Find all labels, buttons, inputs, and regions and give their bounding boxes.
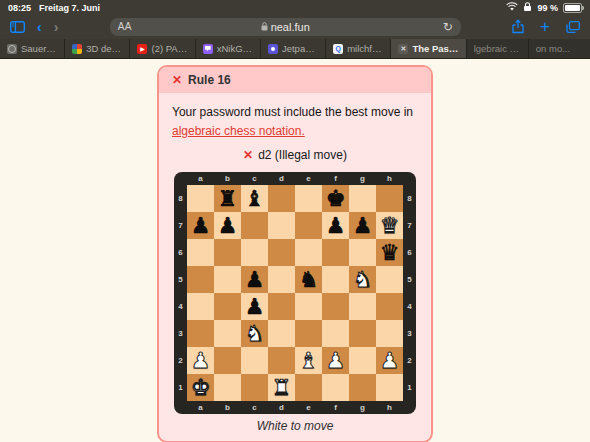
white-queen: ♛ [380, 215, 400, 237]
square-d2 [268, 347, 295, 374]
clock: 08:25 [8, 3, 31, 13]
square-f7: ♟ [322, 212, 349, 239]
favicon-color-grid [72, 44, 82, 54]
white-rook: ♜ [272, 377, 292, 399]
file-label-b: b [214, 172, 241, 185]
tab-3d-design[interactable]: 3D design S... [65, 39, 130, 58]
tab-bar: Sauerstoffat... 3D design S... ▶(2) PASS… [0, 39, 590, 59]
algebraic-notation-link[interactable]: algebraic chess notation. [172, 124, 305, 138]
black-bishop: ♝ [245, 188, 265, 210]
rank-label-7: 7 [403, 212, 416, 239]
sidebar-button[interactable] [10, 21, 25, 33]
chess-board: abcdefgh8♜♝♚87♟♟♟♟♛76♛65♟♞♞54♟43♞32♟♝♟♟2… [174, 172, 416, 414]
square-d4 [268, 293, 295, 320]
favicon-gray-globe [7, 44, 17, 54]
black-pawn: ♟ [245, 269, 265, 291]
black-pawn: ♟ [245, 296, 265, 318]
file-label-a: a [187, 172, 214, 185]
black-rook: ♜ [218, 188, 238, 210]
square-g4 [349, 293, 376, 320]
rank-label-8: 8 [174, 185, 187, 212]
tab-algebraic-notation[interactable]: lgebraic no... [467, 39, 529, 58]
tab-sauerstoff[interactable]: Sauerstoffat... [0, 39, 65, 58]
forward-button[interactable]: › [54, 20, 59, 34]
rank-label-6: 6 [174, 239, 187, 266]
page-content: ✕ Rule 16 Your password must include the… [0, 59, 590, 442]
square-h3 [376, 320, 403, 347]
black-pawn: ♟ [191, 215, 211, 237]
rank-label-6: 6 [403, 239, 416, 266]
square-a3 [187, 320, 214, 347]
square-c5: ♟ [241, 266, 268, 293]
square-c6 [241, 239, 268, 266]
ipad-screen: 08:25 Freitag 7. Juni 99 % ‹ › AA neal.f… [0, 0, 590, 442]
square-d6 [268, 239, 295, 266]
square-e5: ♞ [295, 266, 322, 293]
back-button[interactable]: ‹ [37, 20, 42, 34]
favicon-search-q: Q [333, 44, 343, 54]
square-b6 [214, 239, 241, 266]
square-h6: ♛ [376, 239, 403, 266]
address-bar[interactable]: AA neal.fun ↻ [110, 18, 461, 36]
square-d7 [268, 212, 295, 239]
square-a4 [187, 293, 214, 320]
tabs-overview-button[interactable] [566, 21, 580, 33]
square-h4 [376, 293, 403, 320]
rank-label-5: 5 [174, 266, 187, 293]
share-button[interactable] [512, 19, 524, 34]
rank-label-4: 4 [403, 293, 416, 320]
square-f5 [322, 266, 349, 293]
square-h1 [376, 374, 403, 401]
square-g3 [349, 320, 376, 347]
close-tab-icon[interactable]: ✕ [398, 44, 408, 54]
rank-label-2: 2 [403, 347, 416, 374]
square-e1 [295, 374, 322, 401]
square-d1: ♜ [268, 374, 295, 401]
file-label-h: h [376, 401, 403, 414]
rule-failed-x-icon: ✕ [172, 74, 182, 86]
square-b8: ♜ [214, 185, 241, 212]
file-label-e: e [295, 172, 322, 185]
black-pawn: ♟ [353, 215, 373, 237]
rank-label-3: 3 [403, 320, 416, 347]
black-knight: ♞ [299, 269, 319, 291]
square-b3 [214, 320, 241, 347]
tab-password-game-active[interactable]: ✕The Passwor... [391, 39, 466, 58]
white-knight: ♞ [245, 323, 265, 345]
url-text: neal.fun [110, 21, 461, 33]
rank-label-8: 8 [403, 185, 416, 212]
square-b5 [214, 266, 241, 293]
side-to-move-label: White to move [159, 419, 431, 433]
file-label-h: h [376, 172, 403, 185]
square-g8 [349, 185, 376, 212]
square-a5 [187, 266, 214, 293]
illegal-move-message: ✕ d2 (Illegal move) [159, 148, 431, 162]
white-pawn: ♟ [380, 350, 400, 372]
white-pawn: ♟ [326, 350, 346, 372]
white-pawn: ♟ [191, 350, 211, 372]
square-d3 [268, 320, 295, 347]
rank-label-5: 5 [403, 266, 416, 293]
square-g7: ♟ [349, 212, 376, 239]
file-label-f: f [322, 401, 349, 414]
square-h2: ♟ [376, 347, 403, 374]
tab-on-mo[interactable]: on mo... [529, 39, 590, 58]
tab-passwo-video[interactable]: ▶(2) PASSWO... [130, 39, 195, 58]
square-b2 [214, 347, 241, 374]
square-c3: ♞ [241, 320, 268, 347]
square-a1: ♚ [187, 374, 214, 401]
battery-icon [563, 3, 582, 13]
rank-label-7: 7 [174, 212, 187, 239]
status-bar: 08:25 Freitag 7. Juni 99 % [0, 0, 590, 14]
square-f1 [322, 374, 349, 401]
file-label-d: d [268, 172, 295, 185]
rank-label-3: 3 [174, 320, 187, 347]
square-b7: ♟ [214, 212, 241, 239]
white-king: ♚ [191, 377, 211, 399]
favicon-purple-app [268, 44, 278, 54]
illegal-move-x-icon: ✕ [243, 149, 253, 161]
file-label-e: e [295, 401, 322, 414]
square-e4 [295, 293, 322, 320]
square-e3 [295, 320, 322, 347]
file-label-g: g [349, 172, 376, 185]
square-e8 [295, 185, 322, 212]
file-label-f: f [322, 172, 349, 185]
favicon-twitch [203, 44, 213, 54]
square-f3 [322, 320, 349, 347]
black-pawn: ♟ [218, 215, 238, 237]
square-c8: ♝ [241, 185, 268, 212]
square-c4: ♟ [241, 293, 268, 320]
square-g5: ♞ [349, 266, 376, 293]
white-bishop: ♝ [299, 350, 319, 372]
file-label-a: a [187, 401, 214, 414]
square-c1 [241, 374, 268, 401]
black-pawn: ♟ [326, 215, 346, 237]
file-label-d: d [268, 401, 295, 414]
favicon-youtube: ▶ [137, 44, 147, 54]
tab-milchflasche[interactable]: Qmilchflasche... [326, 39, 391, 58]
orientation-lock-icon [523, 2, 532, 14]
rank-label-4: 4 [174, 293, 187, 320]
square-h5 [376, 266, 403, 293]
square-g2 [349, 347, 376, 374]
square-f6 [322, 239, 349, 266]
square-h8 [376, 185, 403, 212]
square-e7 [295, 212, 322, 239]
square-c7 [241, 212, 268, 239]
square-g6 [349, 239, 376, 266]
rank-label-1: 1 [403, 374, 416, 401]
tab-jetpack[interactable]: Jetpack Jum... [261, 39, 326, 58]
file-label-b: b [214, 401, 241, 414]
safari-toolbar: ‹ › AA neal.fun ↻ + [0, 14, 590, 39]
date: Freitag 7. Juni [39, 3, 100, 13]
square-e6 [295, 239, 322, 266]
wifi-icon [506, 2, 518, 13]
square-a2: ♟ [187, 347, 214, 374]
square-e2: ♝ [295, 347, 322, 374]
square-a7: ♟ [187, 212, 214, 239]
rule-title: Rule 16 [188, 73, 231, 87]
rank-label-1: 1 [174, 374, 187, 401]
square-b1 [214, 374, 241, 401]
tab-xnikgo[interactable]: xNikGo - Twi... [196, 39, 261, 58]
black-king: ♚ [326, 188, 346, 210]
battery-percent: 99 % [537, 3, 558, 13]
rule-card-header: ✕ Rule 16 [159, 67, 431, 93]
square-b4 [214, 293, 241, 320]
rank-label-2: 2 [174, 347, 187, 374]
square-g1 [349, 374, 376, 401]
lock-icon [261, 22, 268, 31]
square-f2: ♟ [322, 347, 349, 374]
square-d8 [268, 185, 295, 212]
square-c2 [241, 347, 268, 374]
square-f8: ♚ [322, 185, 349, 212]
file-label-c: c [241, 401, 268, 414]
file-label-g: g [349, 401, 376, 414]
white-knight: ♞ [353, 269, 373, 291]
square-a8 [187, 185, 214, 212]
black-queen: ♛ [380, 242, 400, 264]
square-h7: ♛ [376, 212, 403, 239]
square-a6 [187, 239, 214, 266]
square-f4 [322, 293, 349, 320]
rule-text: Your password must include the best move… [159, 93, 431, 140]
rule-16-card: ✕ Rule 16 Your password must include the… [157, 65, 433, 442]
square-d5 [268, 266, 295, 293]
new-tab-button[interactable]: + [540, 18, 550, 35]
file-label-c: c [241, 172, 268, 185]
